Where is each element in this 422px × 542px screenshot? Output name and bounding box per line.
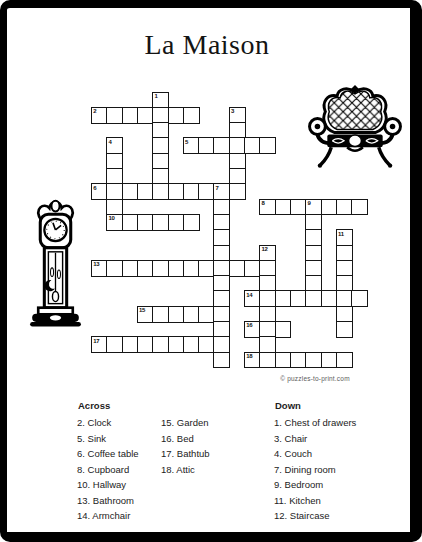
- clue-item: 16. Bed: [161, 431, 210, 447]
- grid-cell[interactable]: [183, 214, 200, 231]
- grid-cell[interactable]: [213, 352, 230, 369]
- across-header: Across: [78, 400, 110, 411]
- grid-cell[interactable]: [351, 199, 368, 216]
- clue-number: 1: [154, 93, 157, 99]
- clue-number: 18: [246, 353, 252, 359]
- clue-number: 17: [93, 338, 99, 344]
- clue-number: 11: [338, 231, 344, 237]
- clue-item: 3. Chair: [274, 431, 356, 447]
- clue-number: 9: [307, 200, 310, 206]
- clue-item: 2. Clock: [77, 415, 139, 431]
- clue-number: 13: [93, 261, 99, 267]
- clue-item: 1. Chest of drawers: [274, 415, 356, 431]
- grid-cell[interactable]: [183, 107, 200, 124]
- grid-cell[interactable]: [351, 290, 368, 307]
- clue-item: 14. Armchair: [77, 508, 139, 524]
- clue-number: 14: [246, 292, 252, 298]
- clue-item: 6. Coffee table: [77, 446, 139, 462]
- clue-item: 15. Garden: [161, 415, 210, 431]
- clue-item: 13. Bathroom: [77, 493, 139, 509]
- puzzle-page: La Maison: [0, 0, 422, 542]
- clue-item: 18. Attic: [161, 462, 210, 478]
- grid-cell[interactable]: [259, 137, 276, 154]
- clue-number: 5: [185, 139, 188, 145]
- clue-number: 15: [139, 307, 145, 313]
- down-header: Down: [275, 400, 301, 411]
- clue-item: 17. Bathtub: [161, 446, 210, 462]
- grid-cell[interactable]: [336, 352, 353, 369]
- clue-item: 5. Sink: [77, 431, 139, 447]
- clue-number: 4: [108, 139, 111, 145]
- across-clues-col2: 15. Garden16. Bed17. Bathtub18. Attic: [161, 415, 210, 477]
- clue-number: 7: [216, 185, 219, 191]
- down-clues-col1: 1. Chest of drawers3. Chair4. Couch7. Di…: [274, 415, 356, 524]
- grid-cell[interactable]: [275, 321, 292, 338]
- page-title: La Maison: [7, 29, 407, 61]
- clue-number: 3: [231, 108, 234, 114]
- copyright-text: © puzzles-to-print.com: [260, 375, 370, 382]
- grandfather-clock-icon: [27, 199, 84, 327]
- clue-item: 10. Hallway: [77, 477, 139, 493]
- crossword-grid: 123456789101112131415161718: [91, 92, 369, 370]
- clue-item: 11. Kitchen: [274, 493, 356, 509]
- clue-number: 8: [261, 200, 264, 206]
- clue-number: 10: [108, 215, 114, 221]
- clue-item: 8. Cupboard: [77, 462, 139, 478]
- clue-number: 16: [246, 322, 252, 328]
- clue-item: 7. Dining room: [274, 462, 356, 478]
- across-clues-col1: 2. Clock5. Sink6. Coffee table8. Cupboar…: [77, 415, 139, 524]
- clue-item: 9. Bedroom: [274, 477, 356, 493]
- clue-number: 2: [93, 108, 96, 114]
- clue-number: 6: [93, 185, 96, 191]
- clue-item: 12. Staircase: [274, 508, 356, 524]
- grid-cell[interactable]: [336, 321, 353, 338]
- clue-number: 12: [261, 246, 267, 252]
- clue-item: 4. Couch: [274, 446, 356, 462]
- grid-cell[interactable]: [229, 183, 246, 200]
